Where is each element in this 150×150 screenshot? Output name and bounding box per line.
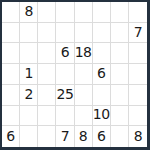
cell-r2c2[interactable] (20, 23, 38, 44)
cell-r7c7[interactable] (111, 126, 129, 147)
cell-r3c4[interactable]: 6 (56, 43, 74, 64)
cell-r6c8[interactable] (129, 106, 147, 127)
cell-r3c8[interactable] (129, 43, 147, 64)
cell-r7c2[interactable] (20, 126, 38, 147)
cell-r6c3[interactable] (38, 106, 56, 127)
cell-r4c1[interactable] (2, 64, 20, 85)
cell-r7c4[interactable]: 7 (56, 126, 74, 147)
cell-r7c1[interactable]: 6 (2, 126, 20, 147)
cell-r2c6[interactable] (93, 23, 111, 44)
cell-r2c1[interactable] (2, 23, 20, 44)
cell-r1c1[interactable] (2, 2, 20, 23)
cell-r3c1[interactable] (2, 43, 20, 64)
cell-r7c6[interactable]: 6 (93, 126, 111, 147)
cell-r4c7[interactable] (111, 64, 129, 85)
cell-r5c3[interactable] (38, 85, 56, 106)
cell-r1c3[interactable] (38, 2, 56, 23)
cell-r5c6[interactable] (93, 85, 111, 106)
cell-r4c2[interactable]: 1 (20, 64, 38, 85)
cell-r5c5[interactable] (75, 85, 93, 106)
cell-r4c4[interactable] (56, 64, 74, 85)
cell-r1c8[interactable] (129, 2, 147, 23)
cell-r1c7[interactable] (111, 2, 129, 23)
cell-r2c7[interactable] (111, 23, 129, 44)
cell-r4c8[interactable] (129, 64, 147, 85)
cell-r4c6[interactable]: 6 (93, 64, 111, 85)
cell-r6c1[interactable] (2, 106, 20, 127)
cell-r7c3[interactable] (38, 126, 56, 147)
cell-r3c6[interactable] (93, 43, 111, 64)
cell-r2c3[interactable] (38, 23, 56, 44)
cell-r7c5[interactable]: 8 (75, 126, 93, 147)
cell-r5c1[interactable] (2, 85, 20, 106)
cell-r3c5[interactable]: 18 (75, 43, 93, 64)
cell-r6c7[interactable] (111, 106, 129, 127)
cell-r4c3[interactable] (38, 64, 56, 85)
cell-r6c5[interactable] (75, 106, 93, 127)
cell-r5c2[interactable]: 2 (20, 85, 38, 106)
cell-r2c5[interactable] (75, 23, 93, 44)
cell-r5c7[interactable] (111, 85, 129, 106)
cell-r7c8[interactable]: 8 (129, 126, 147, 147)
cell-r1c4[interactable] (56, 2, 74, 23)
cell-r2c4[interactable] (56, 23, 74, 44)
cell-r4c5[interactable] (75, 64, 93, 85)
cell-r6c2[interactable] (20, 106, 38, 127)
cell-r2c8[interactable]: 7 (129, 23, 147, 44)
cell-r3c7[interactable] (111, 43, 129, 64)
cell-r5c8[interactable] (129, 85, 147, 106)
cell-r5c4[interactable]: 25 (56, 85, 74, 106)
cell-r6c6[interactable]: 10 (93, 106, 111, 127)
puzzle-grid: 87618162251067868 (0, 0, 150, 150)
cell-r3c3[interactable] (38, 43, 56, 64)
cell-r6c4[interactable] (56, 106, 74, 127)
cell-r1c2[interactable]: 8 (20, 2, 38, 23)
cell-r3c2[interactable] (20, 43, 38, 64)
cell-r1c6[interactable] (93, 2, 111, 23)
cell-r1c5[interactable] (75, 2, 93, 23)
